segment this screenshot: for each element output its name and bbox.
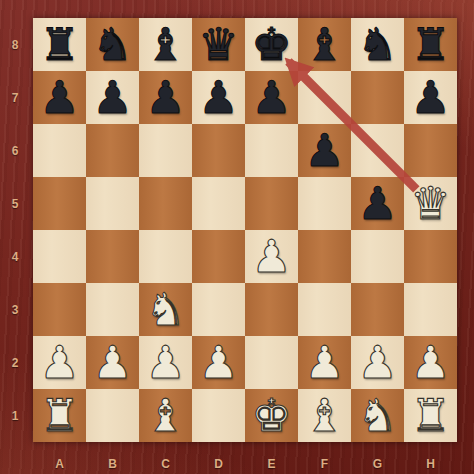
black-bishop[interactable]: ♝ [304, 18, 344, 71]
square-a2[interactable]: ♟ [33, 336, 86, 389]
board-frame: 87654321 ♜♞♝♛♚♝♞♜♟♟♟♟♟♟♟♟♛♟♞♟♟♟♟♟♟♟♜♝♚♝♞… [0, 0, 474, 474]
square-d4[interactable] [192, 230, 245, 283]
file-label-b: B [86, 453, 139, 474]
square-e1[interactable]: ♚ [245, 389, 298, 442]
black-knight[interactable]: ♞ [92, 18, 132, 71]
square-f4[interactable] [298, 230, 351, 283]
square-g7[interactable] [351, 71, 404, 124]
square-b5[interactable] [86, 177, 139, 230]
square-d8[interactable]: ♛ [192, 18, 245, 71]
rank-label-6: 6 [0, 124, 30, 177]
file-label-f: F [298, 453, 351, 474]
square-g3[interactable] [351, 283, 404, 336]
white-pawn[interactable]: ♟ [145, 336, 185, 389]
chess-board: ♜♞♝♛♚♝♞♜♟♟♟♟♟♟♟♟♛♟♞♟♟♟♟♟♟♟♜♝♚♝♞♜ [33, 18, 457, 442]
file-label-e: E [245, 453, 298, 474]
black-pawn[interactable]: ♟ [145, 71, 185, 124]
rank-label-3: 3 [0, 283, 30, 336]
square-e2[interactable] [245, 336, 298, 389]
square-f5[interactable] [298, 177, 351, 230]
black-pawn[interactable]: ♟ [304, 124, 344, 177]
square-f7[interactable] [298, 71, 351, 124]
square-c5[interactable] [139, 177, 192, 230]
white-queen[interactable]: ♛ [410, 177, 450, 230]
black-pawn[interactable]: ♟ [92, 71, 132, 124]
square-b8[interactable]: ♞ [86, 18, 139, 71]
white-rook[interactable]: ♜ [410, 389, 450, 442]
file-labels: ABCDEFGH [33, 453, 457, 474]
square-e7[interactable]: ♟ [245, 71, 298, 124]
square-d2[interactable]: ♟ [192, 336, 245, 389]
square-a4[interactable] [33, 230, 86, 283]
rank-label-8: 8 [0, 18, 30, 71]
black-queen[interactable]: ♛ [198, 18, 238, 71]
square-c7[interactable]: ♟ [139, 71, 192, 124]
square-e8[interactable]: ♚ [245, 18, 298, 71]
black-pawn[interactable]: ♟ [410, 71, 450, 124]
square-a8[interactable]: ♜ [33, 18, 86, 71]
rank-label-1: 1 [0, 389, 30, 442]
white-bishop[interactable]: ♝ [145, 389, 185, 442]
square-a5[interactable] [33, 177, 86, 230]
white-knight[interactable]: ♞ [145, 283, 185, 336]
white-pawn[interactable]: ♟ [92, 336, 132, 389]
square-b3[interactable] [86, 283, 139, 336]
square-h6[interactable] [404, 124, 457, 177]
square-g6[interactable] [351, 124, 404, 177]
black-rook[interactable]: ♜ [39, 18, 79, 71]
square-e3[interactable] [245, 283, 298, 336]
rank-label-5: 5 [0, 177, 30, 230]
white-king[interactable]: ♚ [251, 389, 291, 442]
square-h8[interactable]: ♜ [404, 18, 457, 71]
black-pawn[interactable]: ♟ [251, 71, 291, 124]
square-h3[interactable] [404, 283, 457, 336]
rank-label-2: 2 [0, 336, 30, 389]
square-h5[interactable]: ♛ [404, 177, 457, 230]
square-d1[interactable] [192, 389, 245, 442]
square-c4[interactable] [139, 230, 192, 283]
square-d3[interactable] [192, 283, 245, 336]
square-f1[interactable]: ♝ [298, 389, 351, 442]
square-b1[interactable] [86, 389, 139, 442]
square-f3[interactable] [298, 283, 351, 336]
white-pawn[interactable]: ♟ [304, 336, 344, 389]
black-pawn[interactable]: ♟ [357, 177, 397, 230]
square-h2[interactable]: ♟ [404, 336, 457, 389]
square-f8[interactable]: ♝ [298, 18, 351, 71]
square-c1[interactable]: ♝ [139, 389, 192, 442]
square-e5[interactable] [245, 177, 298, 230]
square-a7[interactable]: ♟ [33, 71, 86, 124]
black-knight[interactable]: ♞ [357, 18, 397, 71]
square-a3[interactable] [33, 283, 86, 336]
square-g2[interactable]: ♟ [351, 336, 404, 389]
square-a1[interactable]: ♜ [33, 389, 86, 442]
square-d6[interactable] [192, 124, 245, 177]
square-c2[interactable]: ♟ [139, 336, 192, 389]
square-c8[interactable]: ♝ [139, 18, 192, 71]
rank-label-4: 4 [0, 230, 30, 283]
square-h7[interactable]: ♟ [404, 71, 457, 124]
square-e6[interactable] [245, 124, 298, 177]
square-b4[interactable] [86, 230, 139, 283]
white-pawn[interactable]: ♟ [198, 336, 238, 389]
square-f2[interactable]: ♟ [298, 336, 351, 389]
white-knight[interactable]: ♞ [357, 389, 397, 442]
white-rook[interactable]: ♜ [39, 389, 79, 442]
square-b7[interactable]: ♟ [86, 71, 139, 124]
square-b6[interactable] [86, 124, 139, 177]
square-h1[interactable]: ♜ [404, 389, 457, 442]
black-bishop[interactable]: ♝ [145, 18, 185, 71]
file-label-d: D [192, 453, 245, 474]
file-label-h: H [404, 453, 457, 474]
file-label-a: A [33, 453, 86, 474]
square-g1[interactable]: ♞ [351, 389, 404, 442]
white-bishop[interactable]: ♝ [304, 389, 344, 442]
white-pawn[interactable]: ♟ [410, 336, 450, 389]
square-a6[interactable] [33, 124, 86, 177]
white-pawn[interactable]: ♟ [357, 336, 397, 389]
rank-labels: 87654321 [0, 18, 30, 442]
black-king[interactable]: ♚ [251, 18, 291, 71]
file-label-c: C [139, 453, 192, 474]
black-pawn[interactable]: ♟ [39, 71, 79, 124]
square-e4[interactable]: ♟ [245, 230, 298, 283]
square-g5[interactable]: ♟ [351, 177, 404, 230]
square-d7[interactable]: ♟ [192, 71, 245, 124]
square-h4[interactable] [404, 230, 457, 283]
white-pawn[interactable]: ♟ [39, 336, 79, 389]
square-c3[interactable]: ♞ [139, 283, 192, 336]
black-pawn[interactable]: ♟ [198, 71, 238, 124]
square-b2[interactable]: ♟ [86, 336, 139, 389]
rank-label-7: 7 [0, 71, 30, 124]
square-g4[interactable] [351, 230, 404, 283]
file-label-g: G [351, 453, 404, 474]
square-d5[interactable] [192, 177, 245, 230]
white-pawn[interactable]: ♟ [251, 230, 291, 283]
square-f6[interactable]: ♟ [298, 124, 351, 177]
square-c6[interactable] [139, 124, 192, 177]
square-g8[interactable]: ♞ [351, 18, 404, 71]
black-rook[interactable]: ♜ [410, 18, 450, 71]
